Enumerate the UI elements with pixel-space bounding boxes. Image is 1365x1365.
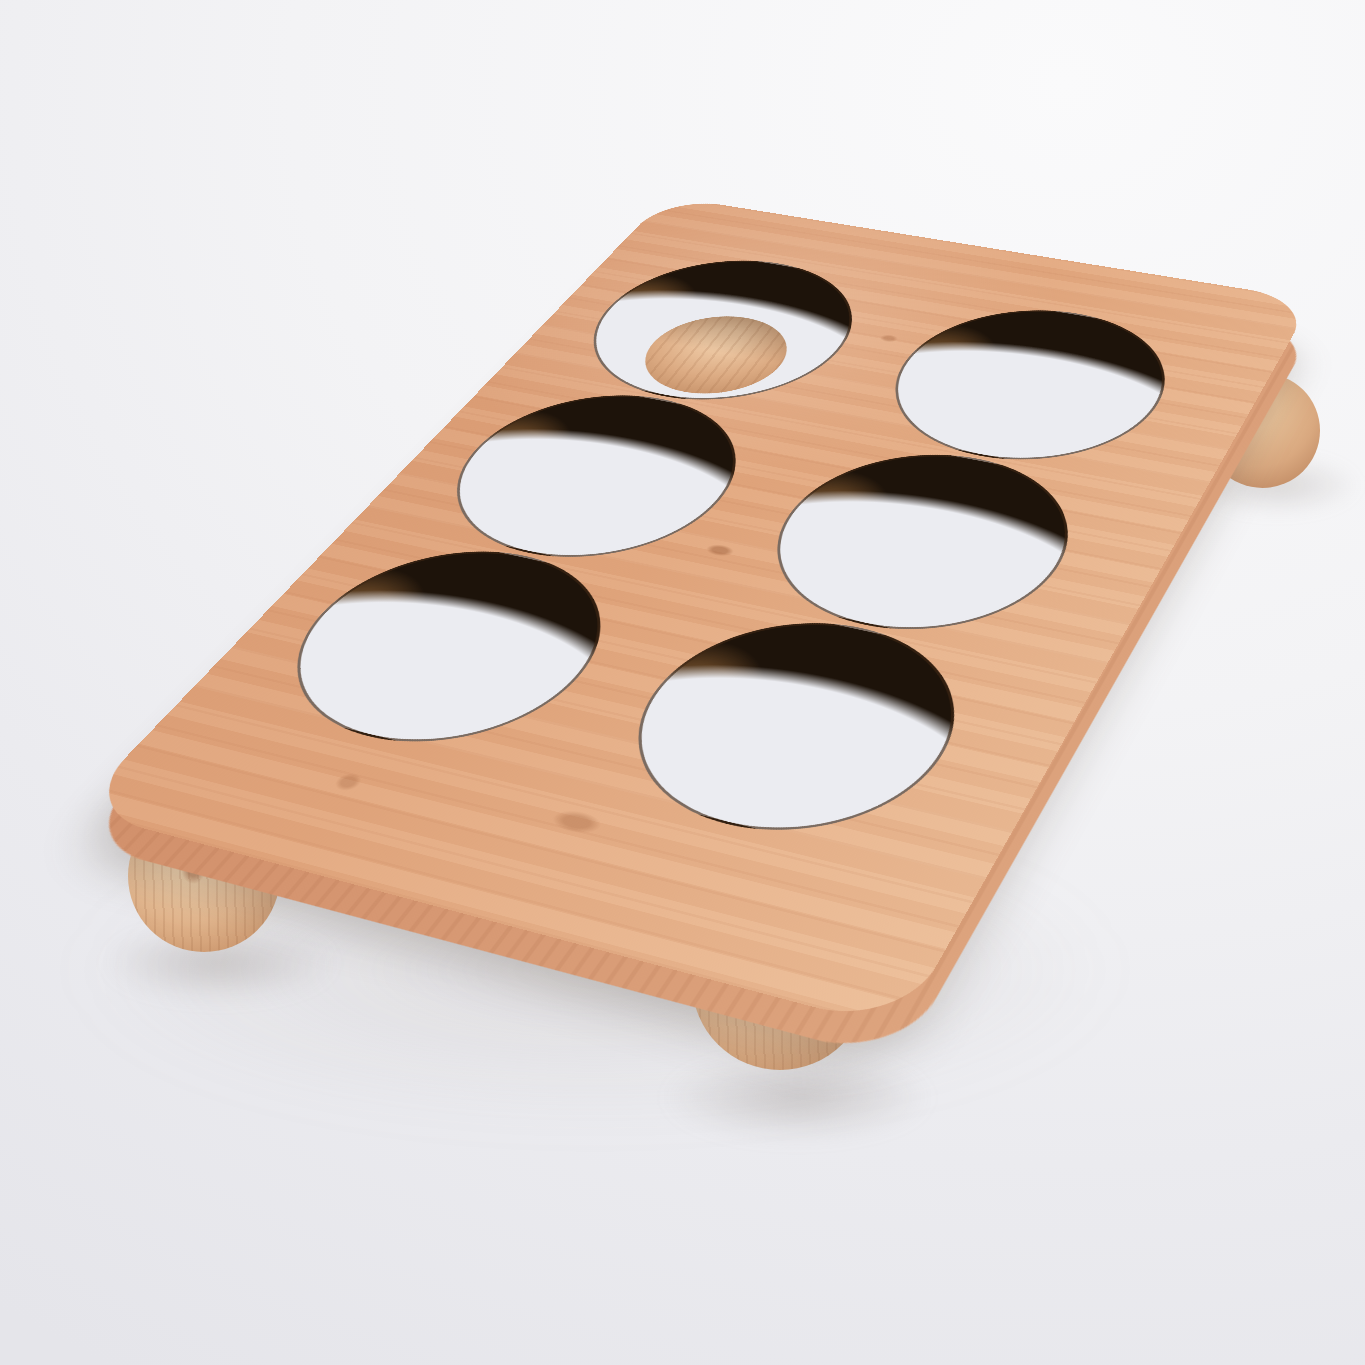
studio-backdrop [0,0,1365,1365]
ball-foot-rear-left [620,307,810,404]
